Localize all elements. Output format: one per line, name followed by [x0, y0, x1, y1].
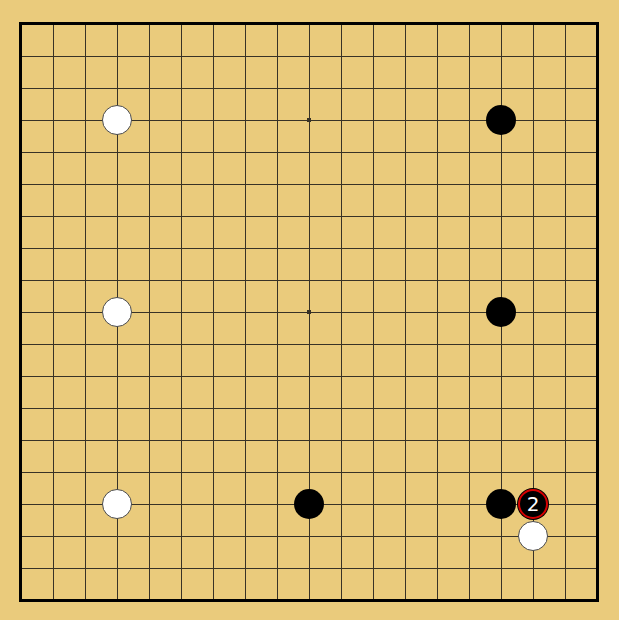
board-cell[interactable] [85, 56, 117, 88]
board-cell[interactable] [309, 376, 341, 408]
board-cell[interactable] [373, 248, 405, 280]
board-cell[interactable] [565, 376, 597, 408]
board-cell[interactable] [277, 88, 309, 120]
board-cell[interactable] [309, 56, 341, 88]
board-cell[interactable] [405, 184, 437, 216]
board-cell[interactable] [213, 152, 245, 184]
board-cell[interactable] [181, 408, 213, 440]
board-cell[interactable] [373, 568, 405, 600]
board-cell[interactable] [373, 56, 405, 88]
board-cell[interactable] [565, 184, 597, 216]
board-cell[interactable] [437, 568, 469, 600]
board-cell[interactable] [373, 408, 405, 440]
board-cell[interactable] [533, 344, 565, 376]
board-cell[interactable] [405, 536, 437, 568]
board-cell[interactable] [533, 536, 565, 568]
board-cell[interactable] [405, 312, 437, 344]
board-cell[interactable] [533, 568, 565, 600]
board-cell[interactable] [373, 472, 405, 504]
board-cell[interactable] [405, 408, 437, 440]
board-cell[interactable] [437, 344, 469, 376]
board-cell[interactable] [469, 88, 501, 120]
board-cell[interactable] [21, 56, 53, 88]
board-cell[interactable] [149, 216, 181, 248]
board-cell[interactable] [341, 24, 373, 56]
board-cell[interactable] [181, 472, 213, 504]
board-cell[interactable] [405, 120, 437, 152]
board-cell[interactable] [149, 56, 181, 88]
board-cell[interactable] [469, 184, 501, 216]
board-cell[interactable] [309, 248, 341, 280]
board-cell[interactable] [21, 152, 53, 184]
board-cell[interactable] [149, 536, 181, 568]
board-cell[interactable] [437, 248, 469, 280]
board-cell[interactable] [469, 536, 501, 568]
board-cell[interactable] [373, 376, 405, 408]
board-cell[interactable] [405, 568, 437, 600]
board-cell[interactable] [437, 56, 469, 88]
board-cell[interactable] [85, 472, 117, 504]
board-cell[interactable] [501, 504, 533, 536]
board-cell[interactable] [149, 568, 181, 600]
board-cell[interactable] [85, 440, 117, 472]
board-cell[interactable] [181, 24, 213, 56]
board-cell[interactable] [85, 504, 117, 536]
board-cell[interactable] [533, 152, 565, 184]
board-cell[interactable] [309, 504, 341, 536]
board-cell[interactable] [437, 216, 469, 248]
board-cell[interactable] [181, 184, 213, 216]
board-cell[interactable] [501, 152, 533, 184]
board-cell[interactable] [277, 216, 309, 248]
board-cell[interactable] [277, 152, 309, 184]
board-cell[interactable] [21, 312, 53, 344]
board-cell[interactable] [437, 120, 469, 152]
board-cell[interactable] [373, 152, 405, 184]
board-cell[interactable] [277, 568, 309, 600]
board-cell[interactable] [213, 216, 245, 248]
board-cell[interactable] [533, 472, 565, 504]
board-cell[interactable] [277, 248, 309, 280]
board-cell[interactable] [437, 376, 469, 408]
board-cell[interactable] [373, 536, 405, 568]
board-cell[interactable] [277, 312, 309, 344]
board-cell[interactable] [405, 56, 437, 88]
board-cell[interactable] [501, 184, 533, 216]
board-cell[interactable] [21, 344, 53, 376]
board-cell[interactable] [181, 88, 213, 120]
board-cell[interactable] [565, 56, 597, 88]
board-cell[interactable] [533, 248, 565, 280]
board-cell[interactable] [469, 216, 501, 248]
board-cell[interactable] [309, 408, 341, 440]
board-cell[interactable] [373, 280, 405, 312]
board-cell[interactable] [469, 440, 501, 472]
board-cell[interactable] [213, 408, 245, 440]
board-cell[interactable] [149, 504, 181, 536]
board-cell[interactable] [85, 88, 117, 120]
board-cell[interactable] [181, 248, 213, 280]
board-cell[interactable] [245, 216, 277, 248]
board-cell[interactable] [405, 376, 437, 408]
board-cell[interactable] [309, 24, 341, 56]
board-cell[interactable] [533, 504, 565, 536]
board-cell[interactable] [405, 216, 437, 248]
board-cell[interactable] [117, 408, 149, 440]
board-cell[interactable] [437, 504, 469, 536]
board-cell[interactable] [53, 536, 85, 568]
board-cell[interactable] [53, 408, 85, 440]
board-cell[interactable] [213, 280, 245, 312]
board-cell[interactable] [149, 376, 181, 408]
board-cell[interactable] [181, 120, 213, 152]
board-cell[interactable] [85, 536, 117, 568]
board-cell[interactable] [117, 24, 149, 56]
board-cell[interactable] [437, 536, 469, 568]
board-cell[interactable] [117, 216, 149, 248]
board-cell[interactable] [149, 152, 181, 184]
board-cell[interactable] [405, 472, 437, 504]
board-cell[interactable] [53, 24, 85, 56]
board-cell[interactable] [53, 280, 85, 312]
board-cell[interactable] [373, 504, 405, 536]
board-cell[interactable] [21, 472, 53, 504]
board-cell[interactable] [309, 536, 341, 568]
board-cell[interactable] [181, 568, 213, 600]
board-cell[interactable] [21, 568, 53, 600]
board-cell[interactable] [181, 152, 213, 184]
board-cell[interactable] [245, 504, 277, 536]
board-cell[interactable] [53, 344, 85, 376]
board-cell[interactable] [213, 184, 245, 216]
board-cell[interactable] [53, 88, 85, 120]
board-cell[interactable] [181, 344, 213, 376]
board-cell[interactable] [565, 152, 597, 184]
board-cell[interactable] [213, 504, 245, 536]
board-cell[interactable] [149, 24, 181, 56]
board-cell[interactable] [341, 88, 373, 120]
board-cell[interactable] [469, 56, 501, 88]
board-cell[interactable] [501, 472, 533, 504]
board-cell[interactable] [21, 184, 53, 216]
board-cell[interactable] [117, 536, 149, 568]
board-cell[interactable] [309, 312, 341, 344]
board-cell[interactable] [341, 248, 373, 280]
board-cell[interactable] [341, 568, 373, 600]
board-cell[interactable] [565, 88, 597, 120]
board-cell[interactable] [405, 440, 437, 472]
board-cell[interactable] [501, 408, 533, 440]
board-cell[interactable] [533, 120, 565, 152]
board-cell[interactable] [437, 88, 469, 120]
board-cell[interactable] [565, 216, 597, 248]
board-cell[interactable] [469, 24, 501, 56]
board-cell[interactable] [213, 56, 245, 88]
board-cell[interactable] [533, 24, 565, 56]
board-cell[interactable] [309, 568, 341, 600]
board-cell[interactable] [565, 536, 597, 568]
board-cell[interactable] [341, 152, 373, 184]
board-cell[interactable] [245, 120, 277, 152]
board-cell[interactable] [245, 408, 277, 440]
board-cell[interactable] [373, 120, 405, 152]
board-cell[interactable] [181, 504, 213, 536]
board-cell[interactable] [21, 216, 53, 248]
board-cell[interactable] [245, 536, 277, 568]
board-cell[interactable] [213, 568, 245, 600]
board-cell[interactable] [277, 280, 309, 312]
board-cell[interactable] [309, 120, 341, 152]
board-cell[interactable] [85, 120, 117, 152]
board-cell[interactable] [437, 440, 469, 472]
board-cell[interactable] [245, 280, 277, 312]
board-cell[interactable] [213, 24, 245, 56]
board-cell[interactable] [565, 504, 597, 536]
board-cell[interactable] [245, 184, 277, 216]
board-cell[interactable] [21, 248, 53, 280]
board-cell[interactable] [277, 536, 309, 568]
board-cell[interactable] [213, 312, 245, 344]
board-cell[interactable] [245, 472, 277, 504]
board-cell[interactable] [373, 24, 405, 56]
board-cell[interactable] [85, 376, 117, 408]
board-cell[interactable] [245, 88, 277, 120]
board-cell[interactable] [341, 56, 373, 88]
board-cell[interactable] [117, 88, 149, 120]
board-cell[interactable] [85, 184, 117, 216]
board-cell[interactable] [405, 504, 437, 536]
board-cell[interactable] [21, 24, 53, 56]
board-cell[interactable] [341, 184, 373, 216]
board-cell[interactable] [277, 120, 309, 152]
board-cell[interactable] [277, 376, 309, 408]
board-cell[interactable] [309, 88, 341, 120]
board-cell[interactable] [341, 344, 373, 376]
board-cell[interactable] [533, 312, 565, 344]
board-cell[interactable] [53, 568, 85, 600]
board-cell[interactable] [21, 120, 53, 152]
board-cell[interactable] [469, 504, 501, 536]
board-cell[interactable] [469, 344, 501, 376]
board-cell[interactable] [565, 408, 597, 440]
board-cell[interactable] [501, 120, 533, 152]
board-cell[interactable] [501, 280, 533, 312]
board-cell[interactable] [117, 56, 149, 88]
board-cell[interactable] [53, 152, 85, 184]
board-cell[interactable] [469, 376, 501, 408]
board-cell[interactable] [277, 344, 309, 376]
board-cell[interactable] [341, 280, 373, 312]
board-cell[interactable] [469, 248, 501, 280]
board-cell[interactable] [341, 440, 373, 472]
board-cell[interactable] [437, 280, 469, 312]
board-cell[interactable] [149, 344, 181, 376]
board-cell[interactable] [405, 152, 437, 184]
board-cell[interactable] [309, 472, 341, 504]
board-cell[interactable] [405, 344, 437, 376]
board-cell[interactable] [245, 312, 277, 344]
board-cell[interactable] [213, 120, 245, 152]
board-cell[interactable] [85, 280, 117, 312]
board-cell[interactable] [277, 472, 309, 504]
board-cell[interactable] [565, 312, 597, 344]
board-cell[interactable] [53, 56, 85, 88]
go-board[interactable] [21, 24, 598, 601]
board-cell[interactable] [533, 408, 565, 440]
board-cell[interactable] [437, 472, 469, 504]
board-cell[interactable] [245, 344, 277, 376]
board-cell[interactable] [53, 120, 85, 152]
board-cell[interactable] [565, 280, 597, 312]
board-cell[interactable] [117, 248, 149, 280]
board-cell[interactable] [533, 56, 565, 88]
board-cell[interactable] [149, 280, 181, 312]
board-cell[interactable] [149, 248, 181, 280]
board-cell[interactable] [117, 440, 149, 472]
board-cell[interactable] [373, 184, 405, 216]
board-cell[interactable] [213, 88, 245, 120]
board-cell[interactable] [565, 472, 597, 504]
board-cell[interactable] [469, 152, 501, 184]
board-cell[interactable] [181, 376, 213, 408]
board-cell[interactable] [437, 408, 469, 440]
board-cell[interactable] [149, 88, 181, 120]
board-cell[interactable] [309, 152, 341, 184]
board-cell[interactable] [117, 120, 149, 152]
board-cell[interactable] [149, 184, 181, 216]
board-cell[interactable] [469, 472, 501, 504]
board-cell[interactable] [117, 568, 149, 600]
board-cell[interactable] [437, 312, 469, 344]
board-cell[interactable] [245, 24, 277, 56]
board-cell[interactable] [501, 88, 533, 120]
board-cell[interactable] [501, 216, 533, 248]
board-cell[interactable] [277, 56, 309, 88]
board-cell[interactable] [341, 504, 373, 536]
board-cell[interactable] [405, 88, 437, 120]
board-cell[interactable] [341, 216, 373, 248]
board-cell[interactable] [277, 184, 309, 216]
board-cell[interactable] [245, 152, 277, 184]
board-cell[interactable] [213, 344, 245, 376]
board-cell[interactable] [469, 408, 501, 440]
board-cell[interactable] [501, 248, 533, 280]
board-cell[interactable] [501, 536, 533, 568]
board-cell[interactable] [117, 184, 149, 216]
board-cell[interactable] [181, 536, 213, 568]
board-cell[interactable] [277, 504, 309, 536]
board-cell[interactable] [149, 312, 181, 344]
board-cell[interactable] [21, 440, 53, 472]
board-cell[interactable] [85, 312, 117, 344]
board-cell[interactable] [469, 120, 501, 152]
board-cell[interactable] [53, 376, 85, 408]
board-cell[interactable] [213, 472, 245, 504]
board-cell[interactable] [437, 24, 469, 56]
board-cell[interactable] [277, 24, 309, 56]
board-cell[interactable] [181, 440, 213, 472]
board-cell[interactable] [565, 248, 597, 280]
board-cell[interactable] [213, 536, 245, 568]
board-cell[interactable] [373, 216, 405, 248]
board-cell[interactable] [53, 248, 85, 280]
board-cell[interactable] [181, 216, 213, 248]
board-cell[interactable] [341, 376, 373, 408]
board-cell[interactable] [373, 344, 405, 376]
board-cell[interactable] [213, 248, 245, 280]
board-cell[interactable] [117, 344, 149, 376]
board-cell[interactable] [85, 568, 117, 600]
board-cell[interactable] [21, 536, 53, 568]
board-cell[interactable] [213, 376, 245, 408]
board-cell[interactable] [565, 344, 597, 376]
board-cell[interactable] [373, 312, 405, 344]
board-cell[interactable] [469, 312, 501, 344]
board-cell[interactable] [117, 376, 149, 408]
board-cell[interactable] [533, 376, 565, 408]
board-cell[interactable] [405, 248, 437, 280]
board-cell[interactable] [533, 440, 565, 472]
board-cell[interactable] [181, 280, 213, 312]
board-cell[interactable] [21, 88, 53, 120]
board-cell[interactable] [181, 56, 213, 88]
board-cell[interactable] [309, 344, 341, 376]
board-cell[interactable] [245, 568, 277, 600]
board-cell[interactable] [501, 344, 533, 376]
board-cell[interactable] [85, 152, 117, 184]
board-cell[interactable] [117, 152, 149, 184]
board-cell[interactable] [501, 376, 533, 408]
board-cell[interactable] [533, 184, 565, 216]
board-cell[interactable] [117, 280, 149, 312]
board-cell[interactable] [21, 280, 53, 312]
board-cell[interactable] [245, 376, 277, 408]
board-cell[interactable] [149, 440, 181, 472]
board-cell[interactable] [501, 312, 533, 344]
board-cell[interactable] [533, 88, 565, 120]
board-cell[interactable] [565, 24, 597, 56]
board-cell[interactable] [277, 440, 309, 472]
board-cell[interactable] [53, 312, 85, 344]
board-cell[interactable] [149, 120, 181, 152]
board-cell[interactable] [117, 504, 149, 536]
board-cell[interactable] [117, 312, 149, 344]
board-cell[interactable] [501, 24, 533, 56]
board-cell[interactable] [565, 568, 597, 600]
board-cell[interactable] [309, 184, 341, 216]
board-cell[interactable] [277, 408, 309, 440]
board-cell[interactable] [437, 152, 469, 184]
board-cell[interactable] [469, 568, 501, 600]
board-cell[interactable] [533, 216, 565, 248]
board-cell[interactable] [341, 536, 373, 568]
board-cell[interactable] [565, 120, 597, 152]
board-cell[interactable] [501, 568, 533, 600]
board-cell[interactable] [85, 216, 117, 248]
board-cell[interactable] [245, 56, 277, 88]
board-cell[interactable] [341, 472, 373, 504]
board-cell[interactable] [53, 472, 85, 504]
board-cell[interactable] [309, 216, 341, 248]
board-cell[interactable] [245, 248, 277, 280]
board-cell[interactable] [245, 440, 277, 472]
board-cell[interactable] [149, 408, 181, 440]
board-cell[interactable] [53, 216, 85, 248]
board-cell[interactable] [501, 56, 533, 88]
board-cell[interactable] [373, 440, 405, 472]
board-cell[interactable] [149, 472, 181, 504]
board-cell[interactable] [21, 504, 53, 536]
